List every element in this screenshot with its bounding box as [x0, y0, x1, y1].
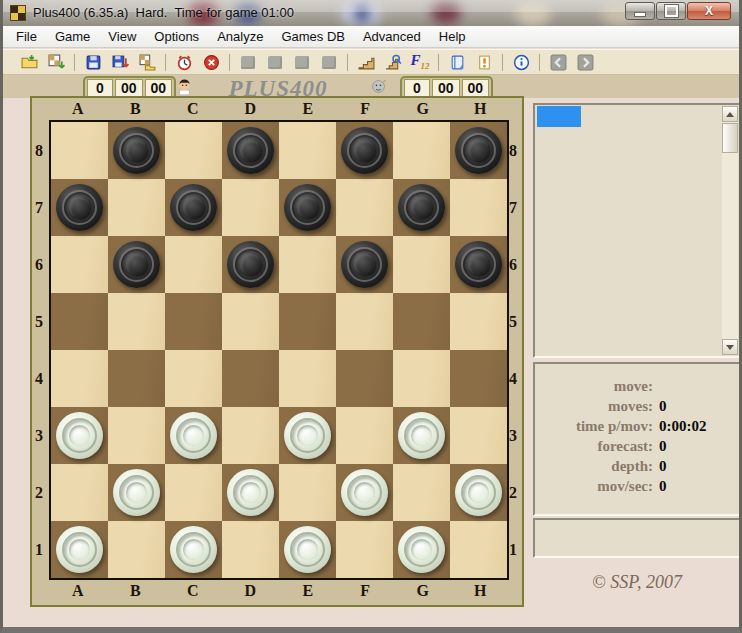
black-man[interactable] — [170, 184, 217, 231]
menu-options[interactable]: Options — [145, 27, 208, 46]
square-f4[interactable] — [336, 350, 393, 407]
black-man[interactable] — [341, 127, 388, 174]
board-folder-icon — [139, 54, 156, 71]
white-man[interactable] — [455, 469, 502, 516]
square-f7[interactable] — [336, 179, 393, 236]
analyze-levels-button[interactable] — [381, 51, 405, 73]
stop-icon — [203, 54, 220, 71]
app-window: Plus400 (6.35.a) Hard. Time for game 01:… — [0, 0, 742, 633]
square-c8[interactable] — [165, 122, 222, 179]
file-label-g: G — [394, 100, 452, 118]
stat-label: mov/sec: — [535, 476, 653, 496]
square-c2[interactable] — [165, 464, 222, 521]
square-f3[interactable] — [336, 407, 393, 464]
file-label-c: C — [164, 100, 222, 118]
black-man[interactable] — [113, 241, 160, 288]
square-f5[interactable] — [336, 293, 393, 350]
square-c5[interactable] — [165, 293, 222, 350]
square-e7[interactable] — [279, 179, 336, 236]
white-man[interactable] — [113, 469, 160, 516]
black-man[interactable] — [341, 241, 388, 288]
square-b6[interactable] — [108, 236, 165, 293]
stat-row: forecast:0 — [535, 436, 739, 456]
new-board-icon — [48, 54, 65, 71]
square-a2[interactable] — [51, 464, 108, 521]
history-forward-button[interactable] — [573, 51, 597, 73]
file-label-h: H — [452, 100, 510, 118]
square-c3[interactable] — [165, 407, 222, 464]
square-c6[interactable] — [165, 236, 222, 293]
square-b4[interactable] — [108, 350, 165, 407]
rank-label-4: 4 — [35, 370, 43, 388]
square-e2[interactable] — [279, 464, 336, 521]
file-label-d: D — [222, 100, 280, 118]
computer-face-icon — [369, 77, 388, 96]
triangle-up-icon — [726, 112, 734, 117]
square-a6[interactable] — [51, 236, 108, 293]
stat-value: 0 — [659, 476, 667, 496]
square-h1[interactable] — [450, 521, 507, 578]
black-man[interactable] — [398, 184, 445, 231]
stat-value: 0 — [659, 396, 667, 416]
square-d2[interactable] — [222, 464, 279, 521]
white-man[interactable] — [227, 469, 274, 516]
square-d8[interactable] — [222, 122, 279, 179]
square-d5[interactable] — [222, 293, 279, 350]
info-icon — [513, 54, 530, 71]
stat-label: move: — [535, 376, 653, 396]
square-f8[interactable] — [336, 122, 393, 179]
menu-help[interactable]: Help — [430, 27, 475, 46]
file-label-b: B — [107, 582, 165, 600]
window-title: Plus400 (6.35.a) Hard. Time for game 01:… — [33, 5, 294, 20]
info-button[interactable] — [509, 51, 533, 73]
square-b5[interactable] — [108, 293, 165, 350]
open-folder-icon — [21, 54, 38, 71]
square-f2[interactable] — [336, 464, 393, 521]
file-label-f: F — [337, 100, 395, 118]
stat-row: mov/sec:0 — [535, 476, 739, 496]
square-h6[interactable] — [450, 236, 507, 293]
move-list-panel[interactable] — [533, 103, 741, 358]
square-g8[interactable] — [393, 122, 450, 179]
stat-row: moves:0 — [535, 396, 739, 416]
square-g4[interactable] — [393, 350, 450, 407]
square-b1[interactable] — [108, 521, 165, 578]
rank-label-8: 8 — [509, 142, 517, 160]
square-b2[interactable] — [108, 464, 165, 521]
nav-last-button-disabled[interactable] — [317, 51, 341, 73]
file-label-f: F — [337, 582, 395, 600]
arrow-right-icon — [577, 54, 594, 71]
disabled-icon — [241, 56, 255, 69]
square-g7[interactable] — [393, 179, 450, 236]
maximize-icon — [665, 5, 678, 17]
alarm-clock-icon — [176, 54, 193, 71]
white-man[interactable] — [284, 526, 331, 573]
black-man[interactable] — [227, 127, 274, 174]
stat-label: depth: — [535, 456, 653, 476]
game-clock-button[interactable] — [172, 51, 196, 73]
stat-row: depth:0 — [535, 456, 739, 476]
stat-label: forecast: — [535, 436, 653, 456]
stat-row: time p/mov:0:00:02 — [535, 416, 739, 436]
square-d6[interactable] — [222, 236, 279, 293]
file-label-h: H — [452, 582, 510, 600]
nav-prev-button-disabled[interactable] — [263, 51, 287, 73]
export-position-button[interactable] — [108, 51, 132, 73]
rank-label-2: 2 — [35, 484, 43, 502]
history-back-button[interactable] — [546, 51, 570, 73]
file-label-b: B — [107, 100, 165, 118]
toolbar-separator — [539, 54, 540, 71]
disabled-icon — [295, 56, 309, 69]
white-man[interactable] — [56, 412, 103, 459]
toolbar-separator — [74, 54, 75, 71]
white-man[interactable] — [170, 526, 217, 573]
new-game-button[interactable] — [44, 51, 68, 73]
black-man[interactable] — [227, 241, 274, 288]
human-face-icon — [175, 77, 194, 96]
rank-label-8: 8 — [35, 142, 43, 160]
hint-button[interactable] — [472, 51, 496, 73]
scroll-up-button[interactable] — [722, 106, 738, 122]
toolbar-separator — [165, 54, 166, 71]
square-g5[interactable] — [393, 293, 450, 350]
board-grid — [49, 120, 509, 580]
square-h5[interactable] — [450, 293, 507, 350]
black-man[interactable] — [56, 184, 103, 231]
file-label-g: G — [394, 582, 452, 600]
levels-button[interactable] — [354, 51, 378, 73]
stop-button[interactable] — [199, 51, 223, 73]
toolbar: F12 — [3, 49, 739, 75]
rank-label-6: 6 — [509, 256, 517, 274]
menu-game[interactable]: Game — [46, 27, 99, 46]
square-g1[interactable] — [393, 521, 450, 578]
toolbar-separator — [347, 54, 348, 71]
open-game-button[interactable] — [17, 51, 41, 73]
copyright-text: © SSP, 2007 — [533, 572, 741, 593]
floppy-icon — [85, 54, 102, 71]
square-g3[interactable] — [393, 407, 450, 464]
white-man[interactable] — [398, 526, 445, 573]
square-e5[interactable] — [279, 293, 336, 350]
scroll-down-button[interactable] — [722, 339, 738, 355]
white-man[interactable] — [398, 412, 445, 459]
rank-label-5: 5 — [35, 313, 43, 331]
menu-analyze[interactable]: Analyze — [208, 27, 272, 46]
black-man[interactable] — [284, 184, 331, 231]
rank-label-5: 5 — [509, 313, 517, 331]
rank-label-2: 2 — [509, 484, 517, 502]
arrow-left-icon — [550, 54, 567, 71]
toolbar-separator — [502, 54, 503, 71]
square-a8[interactable] — [51, 122, 108, 179]
close-button[interactable]: X — [687, 2, 731, 20]
file-label-a: A — [49, 100, 107, 118]
square-h4[interactable] — [450, 350, 507, 407]
square-e3[interactable] — [279, 407, 336, 464]
white-man[interactable] — [170, 412, 217, 459]
menu-file[interactable]: File — [7, 27, 46, 46]
minimize-icon — [634, 12, 646, 17]
rank-label-4: 4 — [509, 370, 517, 388]
white-man[interactable] — [56, 526, 103, 573]
rank-labels-right: 87654321 — [509, 122, 517, 578]
close-icon: X — [705, 4, 713, 18]
square-b8[interactable] — [108, 122, 165, 179]
rank-label-1: 1 — [509, 541, 517, 559]
app-icon — [10, 5, 26, 21]
square-b3[interactable] — [108, 407, 165, 464]
black-man[interactable] — [455, 241, 502, 288]
square-a1[interactable] — [51, 521, 108, 578]
square-b7[interactable] — [108, 179, 165, 236]
maximize-button[interactable] — [656, 2, 686, 20]
file-labels-top: ABCDEFGH — [49, 100, 509, 118]
stats-panel: move:moves:0time p/mov:0:00:02forecast:0… — [533, 362, 741, 516]
file-label-e: E — [279, 582, 337, 600]
menu-view[interactable]: View — [99, 27, 145, 46]
scrollbar-thumb[interactable] — [722, 123, 738, 153]
triangle-down-icon — [726, 345, 734, 350]
move-list-scrollbar[interactable] — [722, 106, 738, 355]
square-g2[interactable] — [393, 464, 450, 521]
square-c4[interactable] — [165, 350, 222, 407]
eval-panel — [533, 518, 741, 558]
rank-label-7: 7 — [35, 199, 43, 217]
square-g6[interactable] — [393, 236, 450, 293]
stairs-magnifier-icon — [385, 54, 402, 71]
black-man[interactable] — [113, 127, 160, 174]
file-label-c: C — [164, 582, 222, 600]
square-d1[interactable] — [222, 521, 279, 578]
file-label-e: E — [279, 100, 337, 118]
white-man[interactable] — [341, 469, 388, 516]
clock-strip: 0 00 00 PLUS400 0 00 00 — [3, 75, 739, 98]
square-h7[interactable] — [450, 179, 507, 236]
file-label-d: D — [222, 582, 280, 600]
toolbar-separator — [229, 54, 230, 71]
square-f6[interactable] — [336, 236, 393, 293]
font-size-button[interactable]: F12 — [408, 51, 432, 73]
nav-first-button-disabled[interactable] — [236, 51, 260, 73]
menu-advanced[interactable]: Advanced — [354, 27, 430, 46]
save-game-button[interactable] — [81, 51, 105, 73]
board-panel: ABCDEFGH 87654321 87654321 ABCDEFGH — [30, 96, 524, 607]
white-man[interactable] — [284, 412, 331, 459]
disabled-icon — [268, 56, 282, 69]
square-e1[interactable] — [279, 521, 336, 578]
square-h3[interactable] — [450, 407, 507, 464]
stat-label: time p/mov: — [535, 416, 653, 436]
square-d7[interactable] — [222, 179, 279, 236]
stairs-icon — [358, 54, 375, 71]
nav-next-button-disabled[interactable] — [290, 51, 314, 73]
square-a3[interactable] — [51, 407, 108, 464]
stat-value: 0 — [659, 436, 667, 456]
stat-label: moves: — [535, 396, 653, 416]
square-d4[interactable] — [222, 350, 279, 407]
square-c1[interactable] — [165, 521, 222, 578]
floppy-export-icon — [112, 54, 129, 71]
stat-value: 0:00:02 — [659, 416, 707, 436]
rank-label-3: 3 — [509, 427, 517, 445]
square-d3[interactable] — [222, 407, 279, 464]
square-f1[interactable] — [336, 521, 393, 578]
rank-label-7: 7 — [509, 199, 517, 217]
square-e8[interactable] — [279, 122, 336, 179]
square-c7[interactable] — [165, 179, 222, 236]
square-e4[interactable] — [279, 350, 336, 407]
f12-icon: F12 — [410, 53, 429, 71]
notebook-button[interactable] — [445, 51, 469, 73]
square-e6[interactable] — [279, 236, 336, 293]
load-position-button[interactable] — [135, 51, 159, 73]
move-list-selected-cell[interactable] — [537, 106, 581, 127]
disabled-icon — [322, 56, 336, 69]
rank-labels-left: 87654321 — [35, 122, 43, 578]
notebook-icon — [449, 54, 466, 71]
square-h2[interactable] — [450, 464, 507, 521]
toolbar-separator — [438, 54, 439, 71]
exclamation-icon — [476, 54, 493, 71]
menu-bar: FileGameViewOptionsAnalyzeGames DBAdvanc… — [3, 26, 739, 48]
stat-value: 0 — [659, 456, 667, 476]
square-a7[interactable] — [51, 179, 108, 236]
rank-label-6: 6 — [35, 256, 43, 274]
file-label-a: A — [49, 582, 107, 600]
menu-games-db[interactable]: Games DB — [272, 27, 354, 46]
file-labels-bottom: ABCDEFGH — [49, 582, 509, 600]
square-a4[interactable] — [51, 350, 108, 407]
title-bar: Plus400 (6.35.a) Hard. Time for game 01:… — [3, 0, 739, 26]
square-h8[interactable] — [450, 122, 507, 179]
stat-row: move: — [535, 376, 739, 396]
black-man[interactable] — [455, 127, 502, 174]
minimize-button[interactable] — [625, 2, 655, 20]
rank-label-3: 3 — [35, 427, 43, 445]
square-a5[interactable] — [51, 293, 108, 350]
rank-label-1: 1 — [35, 541, 43, 559]
